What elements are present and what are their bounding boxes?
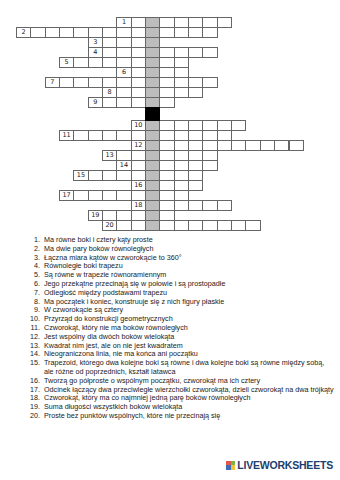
crossword-cell[interactable] bbox=[102, 130, 117, 141]
crossword-cell[interactable] bbox=[116, 130, 131, 141]
crossword-cell[interactable] bbox=[174, 200, 189, 211]
crossword-cell[interactable] bbox=[174, 87, 189, 98]
crossword-cell-number[interactable]: 9 bbox=[88, 97, 103, 108]
crossword-cell-number[interactable]: 5 bbox=[59, 57, 74, 68]
black-cell bbox=[145, 107, 160, 121]
crossword-cell[interactable] bbox=[188, 200, 203, 211]
clue-number: 6. bbox=[22, 280, 44, 289]
crossword-cell[interactable] bbox=[131, 97, 146, 108]
crossword-cell[interactable] bbox=[88, 57, 103, 68]
clue-number: 15. bbox=[22, 359, 44, 377]
clue-number: 8. bbox=[22, 298, 44, 307]
clue-number: 2. bbox=[22, 245, 44, 254]
crossword-cell[interactable] bbox=[145, 220, 160, 231]
crossword-cell[interactable] bbox=[116, 220, 131, 231]
crossword-cell-number[interactable]: 19 bbox=[88, 210, 103, 221]
crossword-cell-number[interactable]: 15 bbox=[73, 170, 88, 181]
crossword-cell[interactable] bbox=[202, 47, 217, 58]
crossword-cell-number[interactable]: 7 bbox=[45, 77, 60, 88]
crossword-cell[interactable] bbox=[73, 27, 88, 38]
crossword-cell[interactable] bbox=[45, 27, 60, 38]
crossword-cell[interactable] bbox=[102, 170, 117, 181]
crossword-cell[interactable] bbox=[131, 220, 146, 231]
crossword-cell[interactable] bbox=[116, 190, 131, 201]
clue-number: 7. bbox=[22, 289, 44, 298]
crossword-cell[interactable] bbox=[88, 170, 103, 181]
crossword-cell[interactable] bbox=[88, 190, 103, 201]
clue-number: 1. bbox=[22, 236, 44, 245]
crossword-cell[interactable] bbox=[174, 220, 189, 231]
clue-item: 20.Proste bez punktów wspólnych, które n… bbox=[22, 412, 334, 421]
crossword-cell-number[interactable]: 11 bbox=[59, 130, 74, 141]
crossword-cell[interactable] bbox=[159, 27, 174, 38]
crossword-cell[interactable] bbox=[188, 27, 203, 38]
crossword-cell[interactable] bbox=[217, 220, 232, 231]
crossword-cell[interactable] bbox=[159, 220, 174, 231]
crossword-cell-number[interactable]: 13 bbox=[102, 150, 117, 161]
clue-item: 15.Trapezoid, którego dwa kolejne boki s… bbox=[22, 359, 334, 377]
crossword-cell[interactable] bbox=[88, 130, 103, 141]
crossword-cell[interactable] bbox=[202, 27, 217, 38]
crossword-cell[interactable] bbox=[188, 87, 203, 98]
crossword-cell[interactable] bbox=[231, 120, 246, 131]
clue-number: 20. bbox=[22, 412, 44, 421]
crossword-cell[interactable] bbox=[260, 140, 275, 151]
crossword-cell[interactable] bbox=[30, 27, 45, 38]
crossword-cell[interactable] bbox=[102, 57, 117, 68]
crossword-cell[interactable] bbox=[231, 220, 246, 231]
crossword-grid: 1234567891011121314151617181920 bbox=[0, 0, 340, 240]
crossword-cell[interactable] bbox=[159, 97, 174, 108]
crossword-cell[interactable] bbox=[274, 140, 289, 151]
crossword-cell-number[interactable]: 20 bbox=[102, 220, 117, 231]
crossword-cell[interactable] bbox=[245, 140, 260, 151]
crossword-cell[interactable] bbox=[102, 97, 117, 108]
crossword-cell[interactable] bbox=[59, 27, 74, 38]
liveworksheets-icon bbox=[226, 461, 235, 470]
crossword-cell[interactable] bbox=[202, 77, 217, 88]
crossword-cell[interactable] bbox=[102, 190, 117, 201]
crossword-cell[interactable] bbox=[188, 47, 203, 58]
crossword-cell-number[interactable]: 2 bbox=[16, 27, 31, 38]
liveworksheets-logo[interactable]: LIVEWORKSHEETS bbox=[226, 459, 333, 471]
crossword-cell[interactable] bbox=[116, 97, 131, 108]
crossword-cell[interactable] bbox=[73, 57, 88, 68]
crossword-cell[interactable] bbox=[73, 190, 88, 201]
clue-number: 5. bbox=[22, 271, 44, 280]
logo-icon-square bbox=[231, 465, 236, 470]
crossword-cell[interactable] bbox=[217, 140, 232, 151]
clue-text: Proste bez punktów wspólnych, które nie … bbox=[44, 412, 334, 421]
clue-text: Trapezoid, którego dwa kolejne boki są r… bbox=[44, 359, 334, 377]
crossword-cell[interactable] bbox=[174, 27, 189, 38]
crossword-cell[interactable] bbox=[217, 17, 232, 28]
clue-number: 3. bbox=[22, 254, 44, 263]
crossword-cell[interactable] bbox=[59, 77, 74, 88]
crossword-cell[interactable] bbox=[116, 170, 131, 181]
crossword-cell-number[interactable]: 17 bbox=[59, 190, 74, 201]
worksheet-page: 1234567891011121314151617181920 1.Ma rów… bbox=[0, 0, 340, 480]
crossword-cell[interactable] bbox=[73, 77, 88, 88]
crossword-cell[interactable] bbox=[217, 200, 232, 211]
crossword-cell[interactable] bbox=[202, 220, 217, 231]
clue-list: 1.Ma równe boki i cztery kąty proste2.Ma… bbox=[22, 236, 334, 421]
clue-number: 4. bbox=[22, 262, 44, 271]
crossword-cell[interactable] bbox=[73, 130, 88, 141]
liveworksheets-logo-text: LIVEWORKSHEETS bbox=[237, 459, 333, 471]
crossword-cell[interactable] bbox=[88, 77, 103, 88]
crossword-cell[interactable] bbox=[231, 140, 246, 151]
crossword-cell[interactable] bbox=[245, 220, 260, 231]
crossword-cell[interactable] bbox=[188, 220, 203, 231]
crossword-cell[interactable] bbox=[202, 200, 217, 211]
crossword-cell[interactable] bbox=[188, 180, 203, 191]
crossword-cell[interactable] bbox=[289, 140, 304, 151]
crossword-cell[interactable] bbox=[202, 160, 217, 171]
